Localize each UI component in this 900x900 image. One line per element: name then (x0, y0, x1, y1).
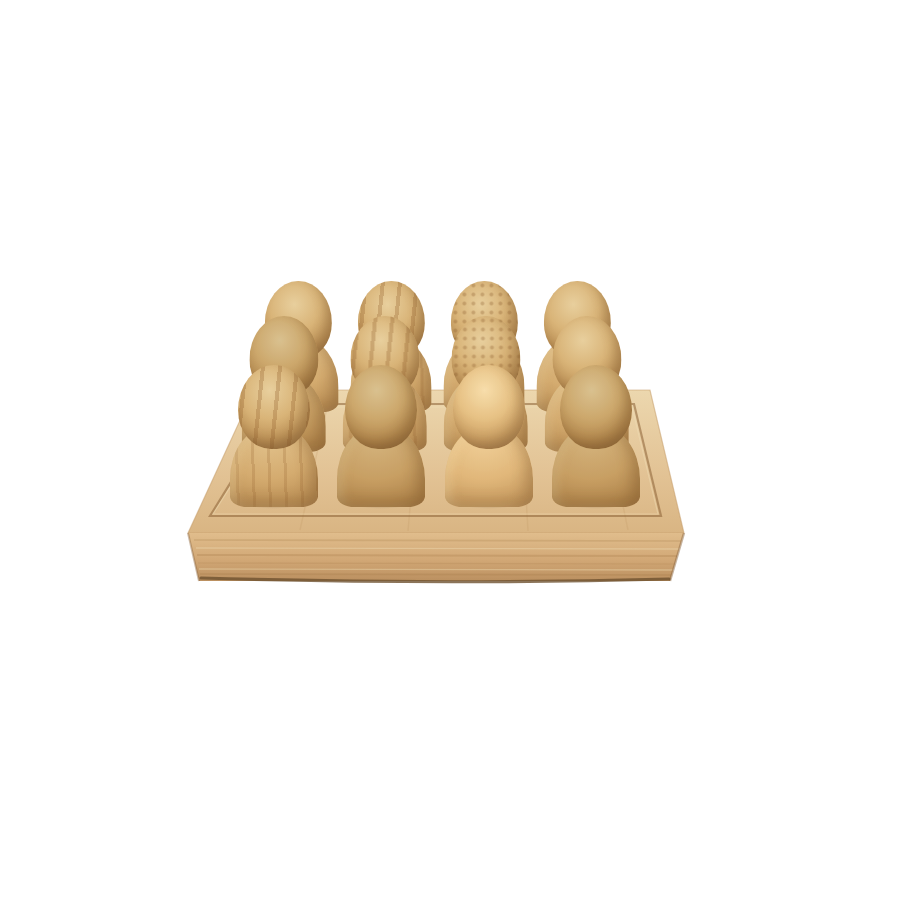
peg-head (560, 365, 632, 449)
peg-head (453, 365, 525, 449)
peg-doll-r3c1[interactable] (230, 365, 318, 507)
board-cell-r3c1 (220, 365, 328, 507)
board-cell-r3c2 (328, 365, 436, 507)
board-row (220, 365, 650, 507)
peg-head (345, 365, 417, 449)
peg-head (238, 365, 310, 449)
peg-doll-r3c4[interactable] (552, 365, 640, 507)
board-cell-r3c3 (435, 365, 543, 507)
product-photo-stage (0, 0, 900, 900)
peg-doll-r3c3[interactable] (445, 365, 533, 507)
peg-grid (0, 0, 900, 900)
peg-doll-r3c2[interactable] (337, 365, 425, 507)
board-cell-r3c4 (543, 365, 651, 507)
